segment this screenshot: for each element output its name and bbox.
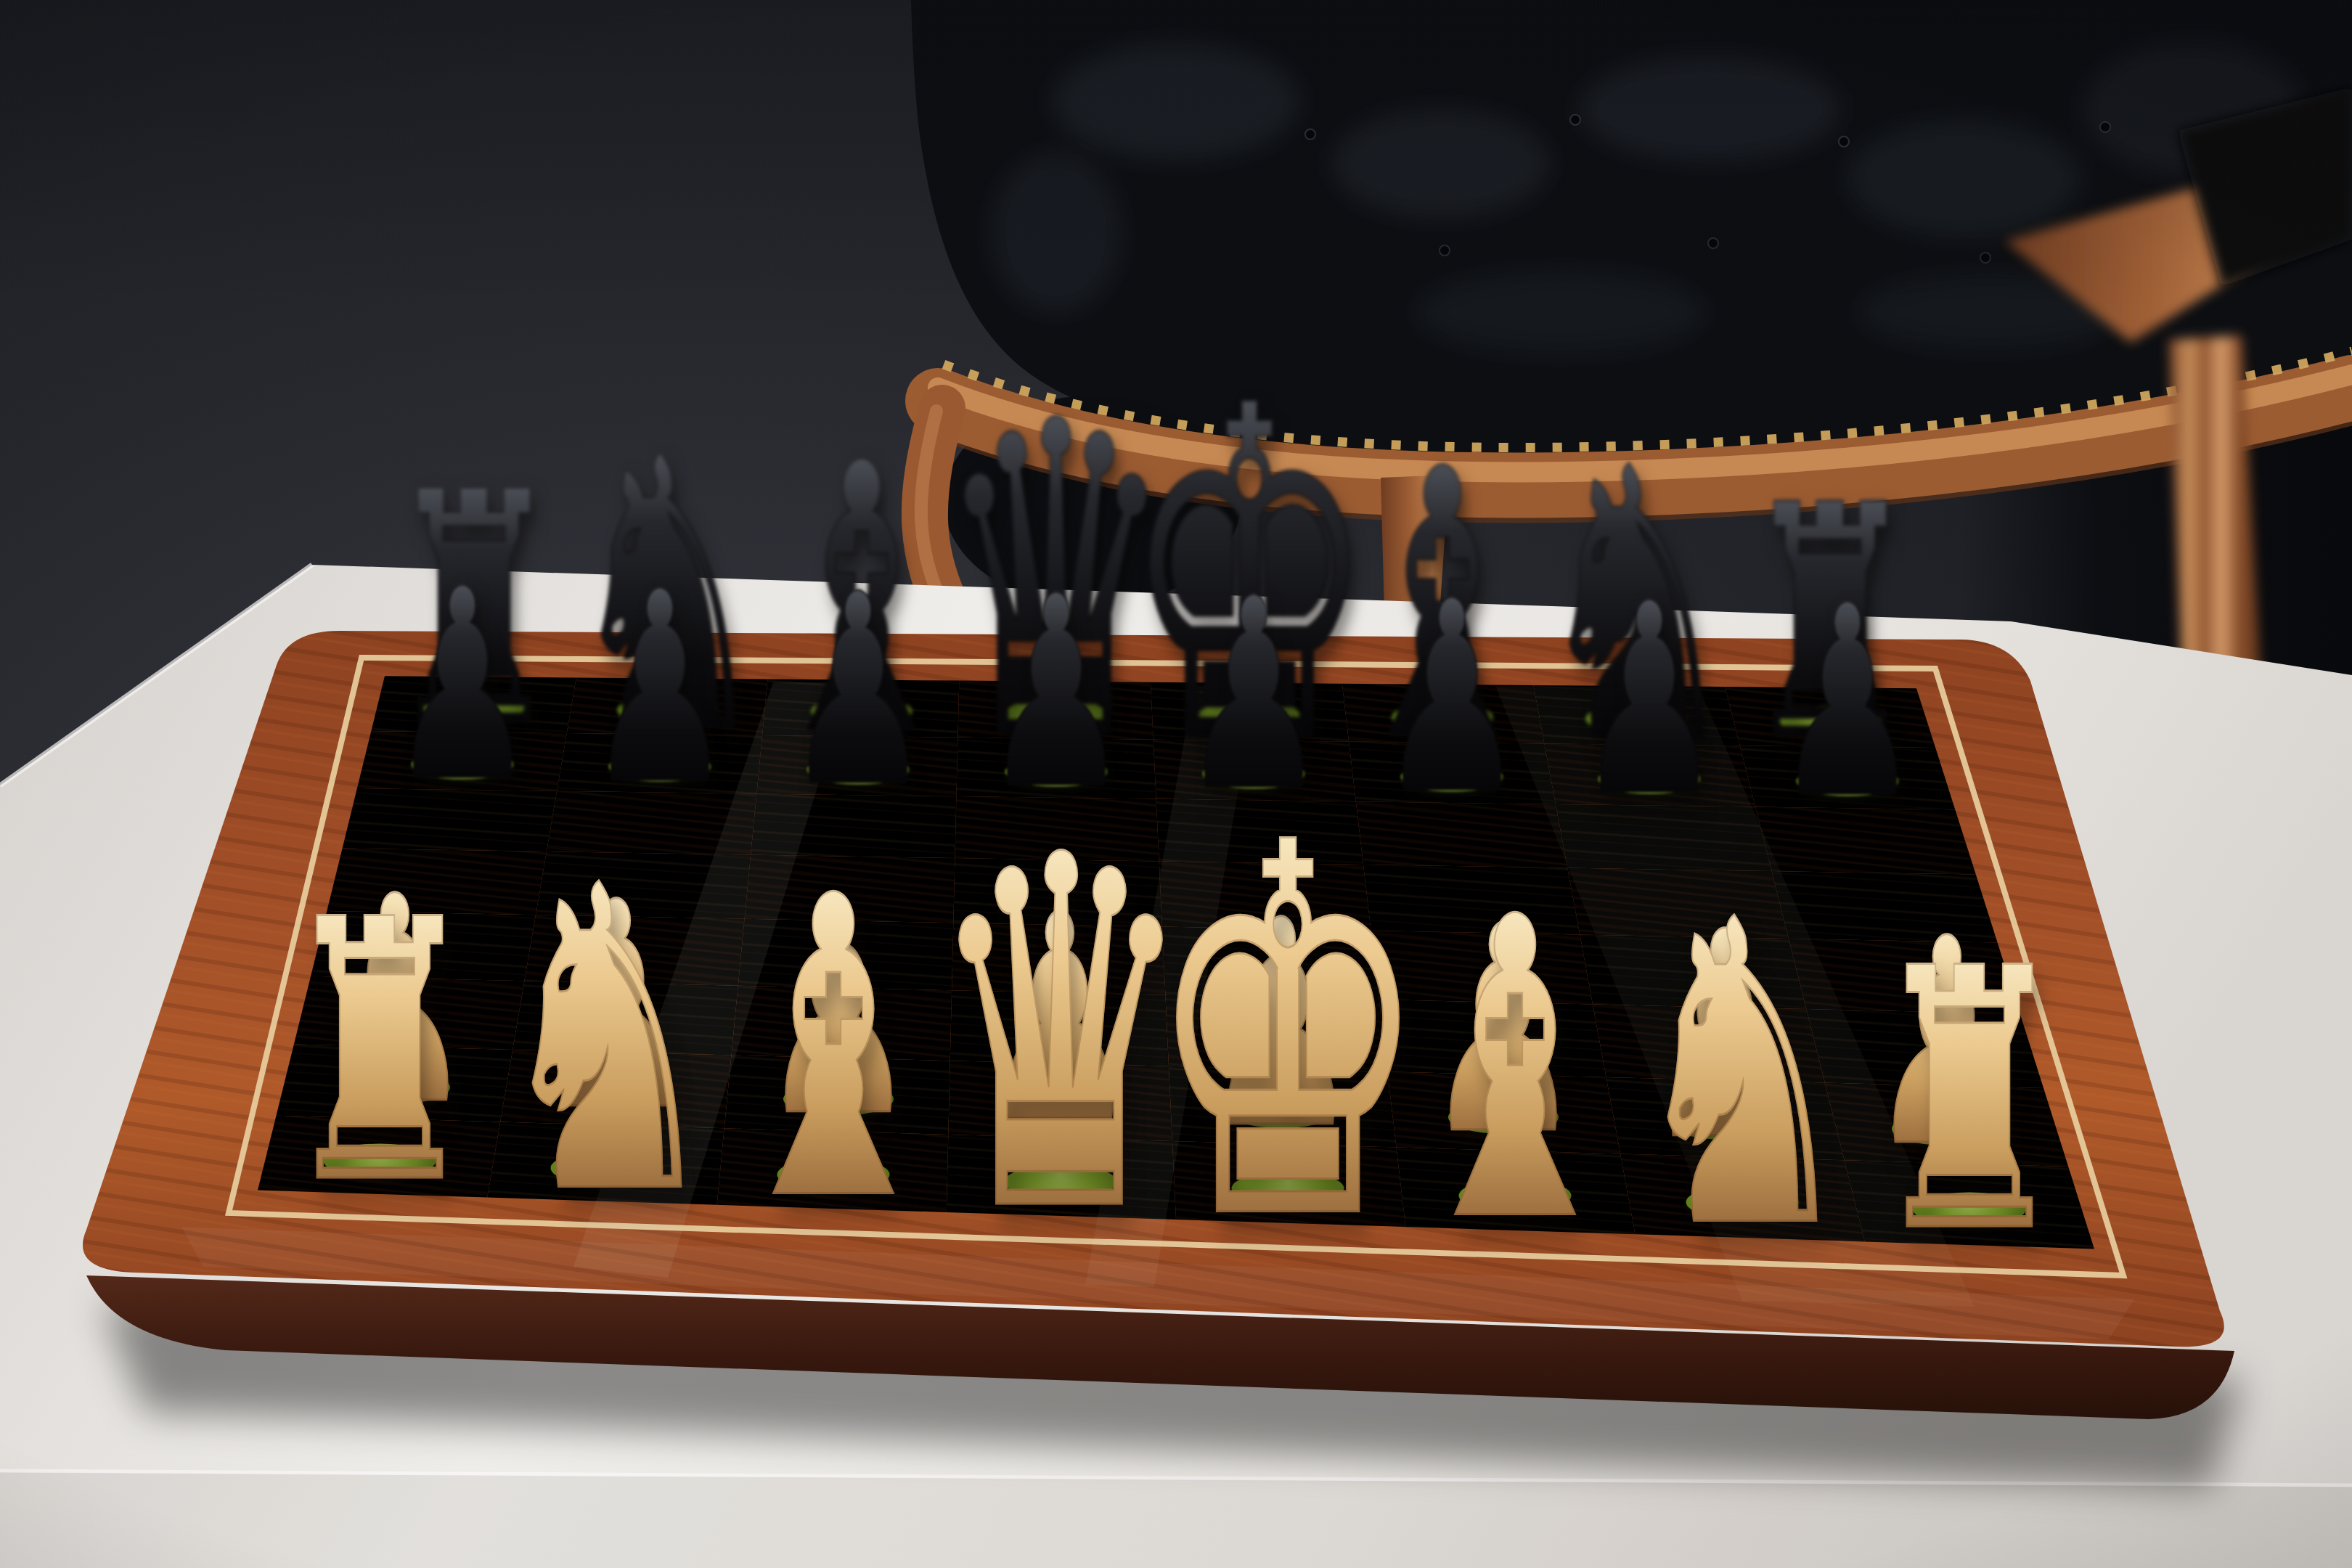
- pawn-glyph: ♟: [389, 555, 535, 817]
- pawn-glyph: ♟: [587, 557, 733, 820]
- knight-glyph: ♞: [1625, 867, 1858, 1286]
- rook-glyph: ♜: [279, 873, 479, 1233]
- bishop-glyph: ♝: [719, 844, 949, 1257]
- pawn-glyph: ♟: [785, 559, 931, 822]
- knight-glyph: ♞: [490, 833, 723, 1252]
- scene: ♜♞♝♛♚♝♞♜♟♟♟♟♟♟♟♟♟♟♟♟♟♟♟♟♜♞♝♛♚♝♞♜: [0, 0, 2352, 1568]
- pawn-glyph: ♟: [1775, 571, 1921, 834]
- king-glyph: ♚: [1146, 779, 1430, 1291]
- pieces-layer: ♜♞♝♛♚♝♞♜♟♟♟♟♟♟♟♟♟♟♟♟♟♟♟♟♜♞♝♛♚♝♞♜: [0, 0, 2352, 1568]
- bishop-glyph: ♝: [1400, 865, 1630, 1278]
- rook-glyph: ♜: [1869, 922, 2069, 1281]
- pawn-glyph: ♟: [1577, 569, 1723, 832]
